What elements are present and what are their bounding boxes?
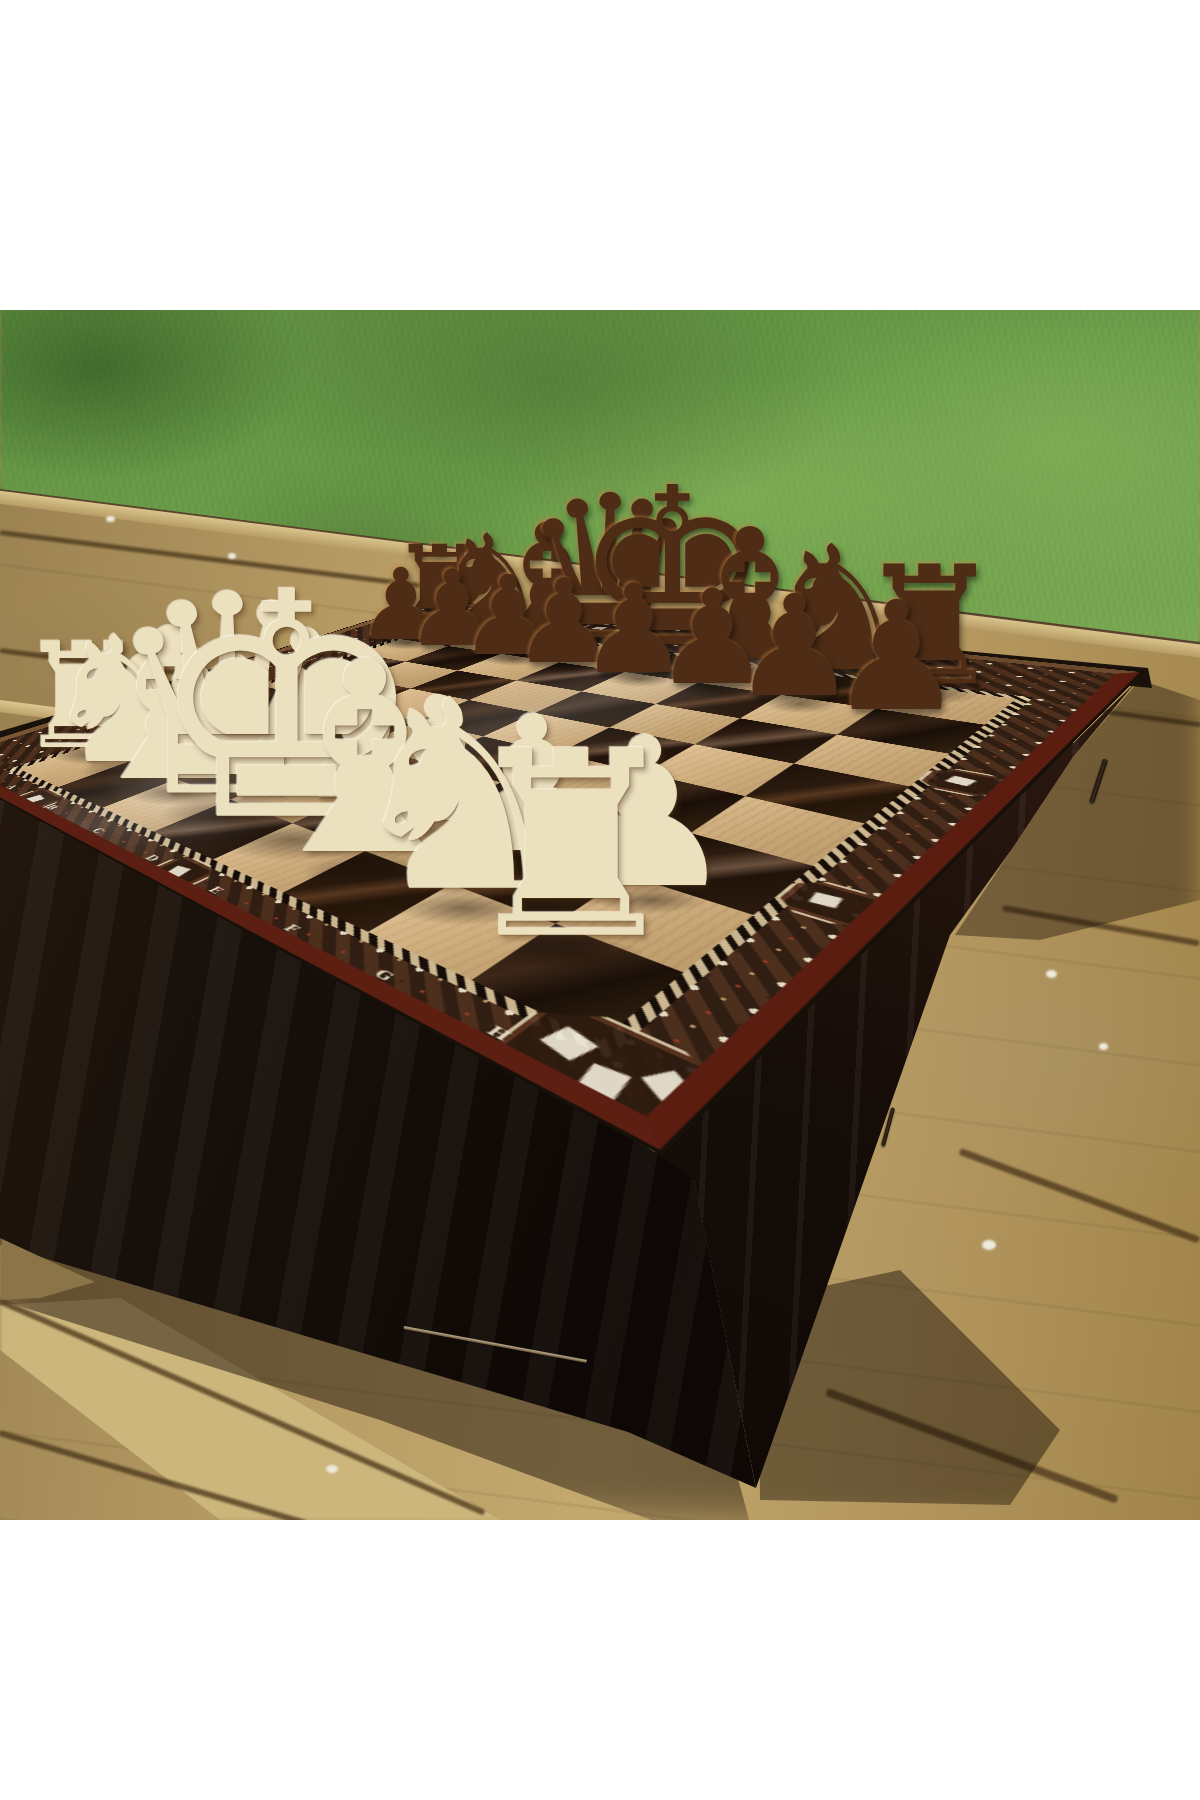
paint-speck — [1046, 970, 1057, 978]
paint-speck — [1099, 1043, 1108, 1050]
paint-speck — [228, 553, 236, 559]
photo-scene: ABCDEFGH ♜♞♝♛♚♝♞♜♟♟♟♟♟♟♟♟♟♟♟♟♟♟♟♟♜♞♝♛♚♝♞… — [0, 310, 1200, 1520]
photo-letterboxed: { "game": "chess", "scene": { "setting":… — [0, 0, 1200, 1800]
paint-speck — [106, 516, 115, 522]
paint-speck — [326, 1465, 338, 1473]
paint-speck — [982, 1240, 996, 1250]
